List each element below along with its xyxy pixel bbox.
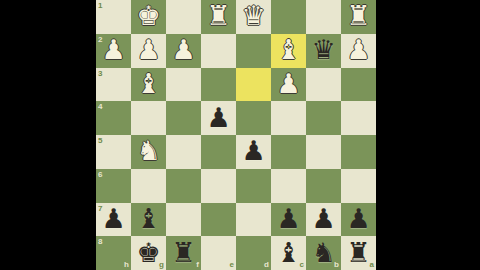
piece-black-pawn[interactable]: ♟: [206, 104, 230, 131]
piece-white-bishop[interactable]: ♝: [276, 36, 300, 63]
square-f4[interactable]: [166, 101, 201, 135]
square-h7[interactable]: 7♟: [96, 203, 131, 237]
square-b5[interactable]: [306, 135, 341, 169]
square-f8[interactable]: f♜: [166, 236, 201, 270]
square-b6[interactable]: [306, 169, 341, 203]
piece-black-pawn[interactable]: ♟: [101, 205, 125, 232]
letterbox-right: [376, 0, 480, 270]
square-g8[interactable]: g♚: [131, 236, 166, 270]
piece-white-pawn[interactable]: ♟: [101, 36, 125, 63]
square-f6[interactable]: [166, 169, 201, 203]
square-e6[interactable]: [201, 169, 236, 203]
square-f1[interactable]: [166, 0, 201, 34]
square-g4[interactable]: [131, 101, 166, 135]
piece-white-pawn[interactable]: ♟: [276, 70, 300, 97]
piece-black-rook[interactable]: ♜: [171, 239, 195, 266]
file-label-f: f: [196, 261, 199, 269]
square-e3[interactable]: [201, 68, 236, 102]
letterbox-left: [0, 0, 96, 270]
square-h6[interactable]: 6: [96, 169, 131, 203]
square-h5[interactable]: 5: [96, 135, 131, 169]
square-e7[interactable]: [201, 203, 236, 237]
square-c1[interactable]: [271, 0, 306, 34]
file-label-d: d: [264, 261, 269, 269]
square-h3[interactable]: 3: [96, 68, 131, 102]
piece-white-pawn[interactable]: ♟: [171, 36, 195, 63]
square-d8[interactable]: d: [236, 236, 271, 270]
piece-white-queen[interactable]: ♛: [241, 2, 265, 29]
square-b7[interactable]: ♟: [306, 203, 341, 237]
file-label-h: h: [124, 261, 129, 269]
square-a7[interactable]: ♟: [341, 203, 376, 237]
square-d4[interactable]: [236, 101, 271, 135]
piece-black-pawn[interactable]: ♟: [276, 205, 300, 232]
square-a6[interactable]: [341, 169, 376, 203]
square-g5[interactable]: ♞: [131, 135, 166, 169]
piece-black-king[interactable]: ♚: [136, 239, 160, 266]
square-c5[interactable]: [271, 135, 306, 169]
piece-white-king[interactable]: ♚: [136, 2, 160, 29]
square-f3[interactable]: [166, 68, 201, 102]
rank-label-8: 8: [98, 238, 102, 246]
square-c3[interactable]: ♟: [271, 68, 306, 102]
square-d3[interactable]: [236, 68, 271, 102]
square-g6[interactable]: [131, 169, 166, 203]
piece-white-rook[interactable]: ♜: [346, 2, 370, 29]
square-b2[interactable]: ♛: [306, 34, 341, 68]
square-b1[interactable]: [306, 0, 341, 34]
chess-board: 1♚♜♛♜2♟♟♟♝♛♟3♝♟4♟5♞♟67♟♝♟♟♟8hg♚f♜edc♝b♞a…: [96, 0, 376, 270]
square-g2[interactable]: ♟: [131, 34, 166, 68]
square-h1[interactable]: 1: [96, 0, 131, 34]
piece-black-pawn[interactable]: ♟: [311, 205, 335, 232]
piece-black-rook[interactable]: ♜: [346, 239, 370, 266]
rank-label-4: 4: [98, 103, 102, 111]
square-b4[interactable]: [306, 101, 341, 135]
rank-label-1: 1: [98, 2, 102, 10]
square-a3[interactable]: [341, 68, 376, 102]
rank-label-3: 3: [98, 70, 102, 78]
piece-white-rook[interactable]: ♜: [206, 2, 230, 29]
square-e8[interactable]: e: [201, 236, 236, 270]
square-f7[interactable]: [166, 203, 201, 237]
square-b8[interactable]: b♞: [306, 236, 341, 270]
square-c8[interactable]: c♝: [271, 236, 306, 270]
file-label-e: e: [230, 261, 234, 269]
square-h2[interactable]: 2♟: [96, 34, 131, 68]
square-g1[interactable]: ♚: [131, 0, 166, 34]
piece-black-queen[interactable]: ♛: [311, 36, 335, 63]
square-e1[interactable]: ♜: [201, 0, 236, 34]
piece-black-bishop[interactable]: ♝: [136, 205, 160, 232]
piece-white-knight[interactable]: ♞: [136, 137, 160, 164]
piece-black-pawn[interactable]: ♟: [346, 205, 370, 232]
square-g3[interactable]: ♝: [131, 68, 166, 102]
square-d2[interactable]: [236, 34, 271, 68]
video-frame: 1♚♜♛♜2♟♟♟♝♛♟3♝♟4♟5♞♟67♟♝♟♟♟8hg♚f♜edc♝b♞a…: [0, 0, 480, 270]
square-d6[interactable]: [236, 169, 271, 203]
square-a8[interactable]: a♜: [341, 236, 376, 270]
piece-white-pawn[interactable]: ♟: [346, 36, 370, 63]
square-b3[interactable]: [306, 68, 341, 102]
square-a1[interactable]: ♜: [341, 0, 376, 34]
square-g7[interactable]: ♝: [131, 203, 166, 237]
square-h4[interactable]: 4: [96, 101, 131, 135]
square-c6[interactable]: [271, 169, 306, 203]
square-d7[interactable]: [236, 203, 271, 237]
square-a2[interactable]: ♟: [341, 34, 376, 68]
square-d1[interactable]: ♛: [236, 0, 271, 34]
square-d5[interactable]: ♟: [236, 135, 271, 169]
piece-black-bishop[interactable]: ♝: [276, 239, 300, 266]
square-c4[interactable]: [271, 101, 306, 135]
piece-black-knight[interactable]: ♞: [311, 239, 335, 266]
square-e2[interactable]: [201, 34, 236, 68]
square-a5[interactable]: [341, 135, 376, 169]
piece-white-bishop[interactable]: ♝: [136, 70, 160, 97]
square-c2[interactable]: ♝: [271, 34, 306, 68]
square-f5[interactable]: [166, 135, 201, 169]
rank-label-6: 6: [98, 171, 102, 179]
square-c7[interactable]: ♟: [271, 203, 306, 237]
square-h8[interactable]: 8h: [96, 236, 131, 270]
rank-label-5: 5: [98, 137, 102, 145]
piece-white-pawn[interactable]: ♟: [136, 36, 160, 63]
piece-black-pawn[interactable]: ♟: [241, 137, 265, 164]
square-a4[interactable]: [341, 101, 376, 135]
square-f2[interactable]: ♟: [166, 34, 201, 68]
square-e4[interactable]: ♟: [201, 101, 236, 135]
square-e5[interactable]: [201, 135, 236, 169]
